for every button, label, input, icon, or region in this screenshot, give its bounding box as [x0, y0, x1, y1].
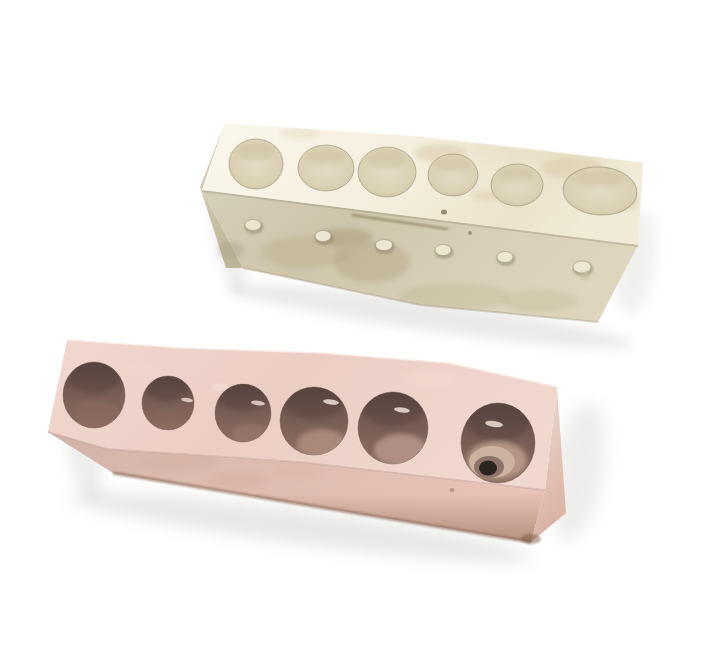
hole-inner-shadow	[435, 158, 471, 172]
edge-corner-shadow	[521, 534, 541, 544]
hole-inner-shadow	[499, 168, 535, 182]
scene-svg	[0, 0, 710, 660]
stain-speck	[441, 210, 447, 215]
stain	[402, 371, 458, 387]
hole-bottom-reflection	[74, 400, 118, 424]
white-front-dimple-4	[435, 245, 451, 256]
stain	[502, 290, 578, 312]
white-front-dimple-1	[245, 220, 261, 231]
stain	[334, 242, 410, 282]
hole-inner-shadow	[367, 151, 407, 169]
white-front-dimple-3	[376, 240, 393, 251]
stain-speck	[468, 231, 472, 235]
stain	[210, 472, 270, 488]
stain	[115, 363, 165, 377]
photo-canvas	[0, 0, 710, 660]
white-front-dimple-2	[315, 231, 331, 242]
stain-speck	[450, 488, 455, 492]
stain	[276, 463, 324, 477]
hole-inner-shadow	[574, 171, 626, 187]
hole-inner-shadow	[306, 149, 346, 165]
white-front-dimple-6-notch	[581, 271, 589, 281]
hole-bottom-reflection	[154, 410, 186, 426]
white-front-dimple-6	[573, 261, 591, 273]
stain	[218, 241, 244, 259]
white-front-dimple-5	[497, 252, 513, 263]
pink-hole6-bore-center	[479, 461, 497, 476]
hole-inner-shadow	[237, 143, 275, 161]
